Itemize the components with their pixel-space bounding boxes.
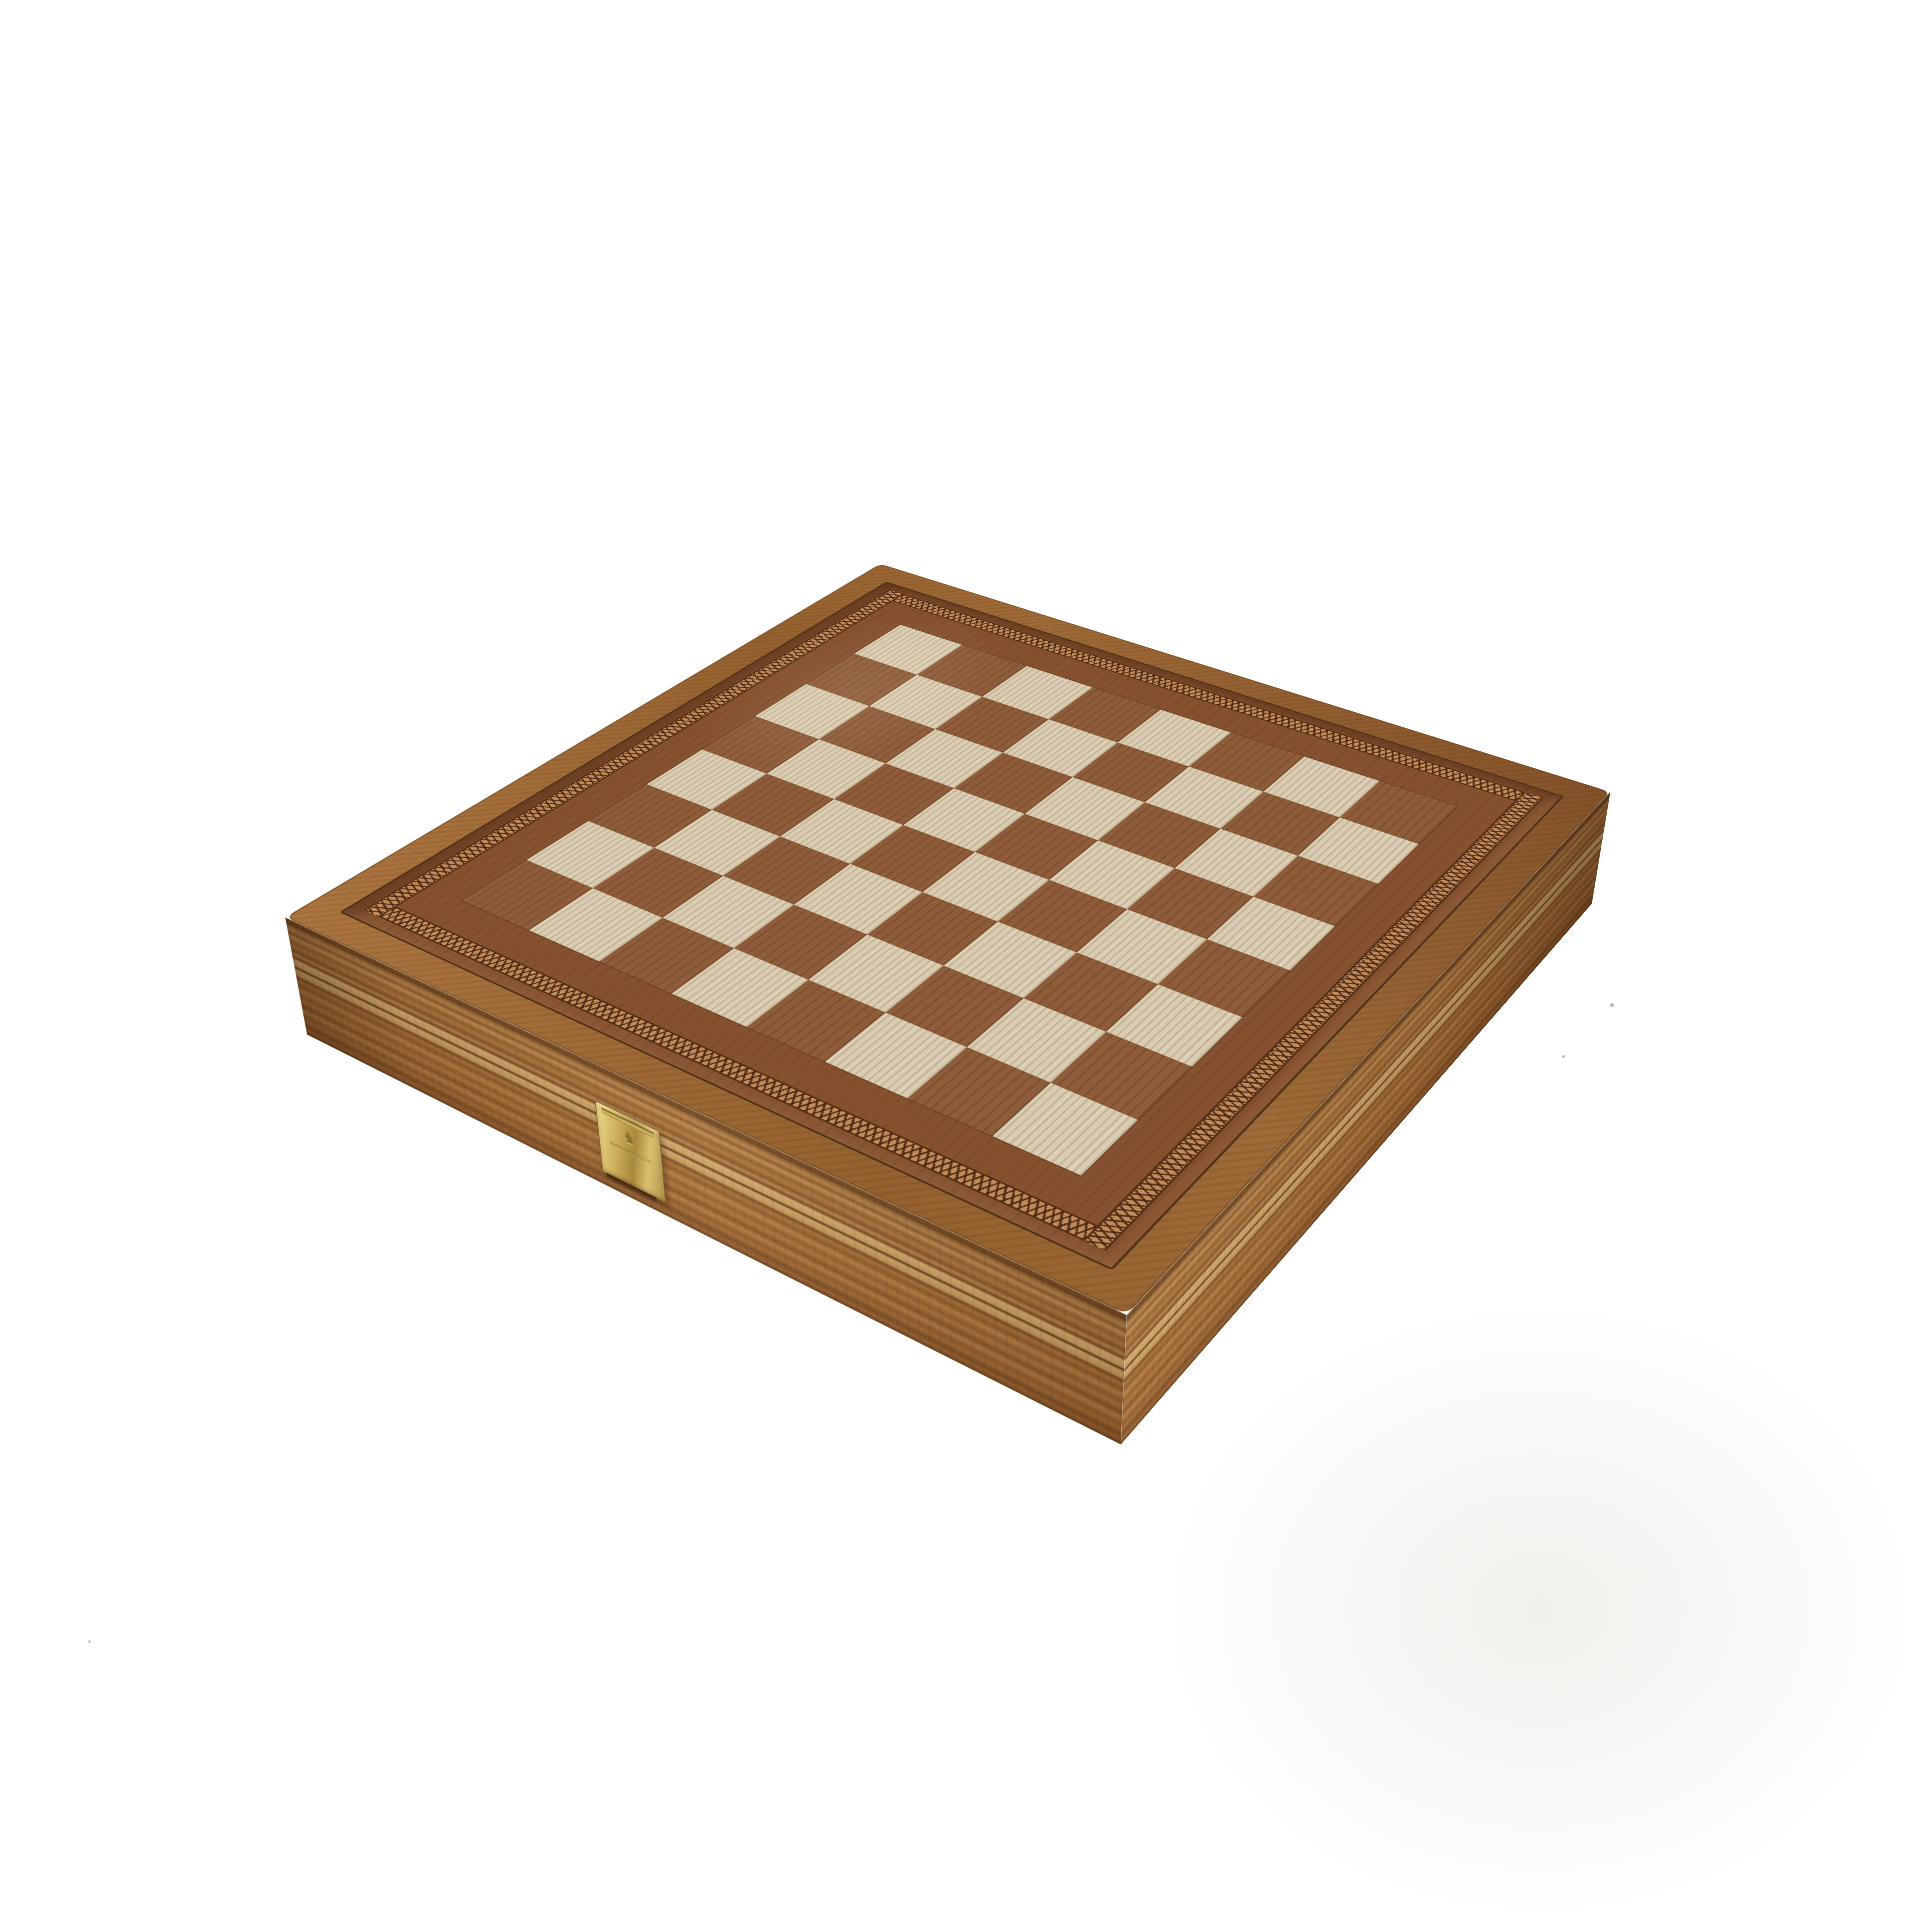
square-r3-c2 [662,876,793,948]
dust-speck [1610,1003,1614,1007]
square-r5-c2 [809,935,944,1013]
square-r8-c1 [992,1083,1138,1176]
square-r1-c1 [462,860,593,931]
chess-box: ♞ MANOPOULOS [285,564,1610,1315]
square-r7-c3 [1023,952,1158,1032]
square-r7-c4 [1076,909,1207,984]
square-r2-c1 [529,888,662,961]
brand-crest-icon: ♞ [622,1128,636,1149]
square-r8-c5 [1207,896,1335,970]
square-r7-c1 [907,1047,1051,1136]
dust-speck [88,1640,91,1643]
square-r6-c1 [825,1013,966,1099]
square-r7-c5 [1127,868,1254,939]
box-lid-top [285,564,1610,1315]
square-r4-c2 [734,905,867,980]
brass-clasp: ♞ MANOPOULOS [595,1100,666,1203]
square-r8-c3 [1106,984,1243,1067]
walnut-field [340,582,1565,1271]
square-r2-c2 [593,848,722,917]
dust-speck [1562,1055,1565,1058]
square-r8-c2 [1051,1032,1192,1120]
square-r6-c4 [998,880,1127,952]
square-r6-c3 [944,922,1077,998]
square-r8-c6 [1253,856,1378,926]
square-r5-c1 [747,980,886,1062]
square-r5-c4 [922,852,1049,922]
surface-texture [1160,1300,1920,1920]
square-r6-c2 [886,966,1023,1047]
square-r3-c1 [599,918,734,994]
square-r4-c3 [793,864,922,935]
square-r4-c1 [671,948,808,1027]
product-photo-scene: ♞ MANOPOULOS [0,0,1920,1920]
square-r7-c2 [967,998,1106,1082]
square-r8-c4 [1158,939,1290,1017]
square-r5-c3 [867,892,998,966]
